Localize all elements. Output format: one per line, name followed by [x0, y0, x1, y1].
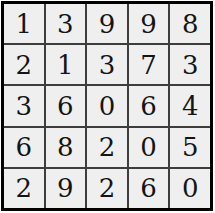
grid-cell-r4c5[interactable]: 5 [170, 128, 210, 167]
grid-cell-r3c5[interactable]: 4 [170, 86, 210, 125]
grid-cell-r5c2[interactable]: 9 [46, 169, 86, 208]
number-grid: 1399821373360646820529260 [1, 1, 213, 211]
grid-cell-r5c3[interactable]: 2 [87, 169, 127, 208]
grid-cell-r2c1[interactable]: 2 [4, 45, 44, 84]
grid-cell-r1c2[interactable]: 3 [46, 4, 86, 43]
grid-cell-r5c4[interactable]: 6 [129, 169, 169, 208]
grid-cell-r3c2[interactable]: 6 [46, 86, 86, 125]
grid-cell-r4c1[interactable]: 6 [4, 128, 44, 167]
grid-cell-r1c5[interactable]: 8 [170, 4, 210, 43]
grid-cell-r5c1[interactable]: 2 [4, 169, 44, 208]
grid-cell-r5c5[interactable]: 0 [170, 169, 210, 208]
grid-cell-r3c3[interactable]: 0 [87, 86, 127, 125]
grid-cell-r3c1[interactable]: 3 [4, 86, 44, 125]
puzzle-stage: 1399821373360646820529260 [0, 0, 215, 213]
grid-cell-r3c4[interactable]: 6 [129, 86, 169, 125]
grid-cell-r2c4[interactable]: 7 [129, 45, 169, 84]
grid-cell-r4c4[interactable]: 0 [129, 128, 169, 167]
grid-cell-r1c4[interactable]: 9 [129, 4, 169, 43]
grid-cell-r1c1[interactable]: 1 [4, 4, 44, 43]
grid-cell-r2c5[interactable]: 3 [170, 45, 210, 84]
grid-cell-r1c3[interactable]: 9 [87, 4, 127, 43]
grid-cell-r4c2[interactable]: 8 [46, 128, 86, 167]
grid-cell-r2c3[interactable]: 3 [87, 45, 127, 84]
grid-cell-r2c2[interactable]: 1 [46, 45, 86, 84]
grid-cell-r4c3[interactable]: 2 [87, 128, 127, 167]
